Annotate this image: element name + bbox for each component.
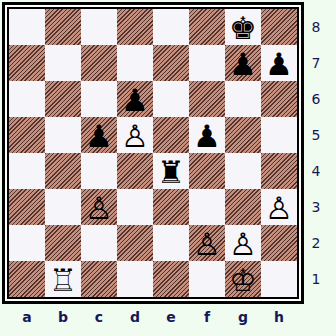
- square-d7[interactable]: [117, 45, 153, 81]
- square-c7[interactable]: [81, 45, 117, 81]
- rank-label-5: 5: [303, 117, 329, 153]
- rank-label-4: 4: [303, 153, 329, 189]
- square-g6[interactable]: [225, 81, 261, 117]
- square-h2[interactable]: [261, 225, 297, 261]
- file-label-g: g: [225, 306, 261, 328]
- square-d8[interactable]: [117, 9, 153, 45]
- square-h6[interactable]: [261, 81, 297, 117]
- file-label-c: c: [81, 306, 117, 328]
- white-pawn-f2: ♙: [193, 226, 221, 261]
- black-pawn-f5: ♟: [193, 118, 221, 153]
- square-a5[interactable]: [9, 117, 45, 153]
- square-f1[interactable]: [189, 261, 225, 297]
- white-pawn-d5: ♙: [121, 118, 149, 153]
- square-a1[interactable]: [9, 261, 45, 297]
- square-d3[interactable]: [117, 189, 153, 225]
- white-pawn-h3: ♙: [265, 190, 293, 225]
- square-b7[interactable]: [45, 45, 81, 81]
- square-g3[interactable]: [225, 189, 261, 225]
- square-c1[interactable]: [81, 261, 117, 297]
- square-f2[interactable]: ♙: [189, 225, 225, 261]
- rank-labels: 87654321: [303, 9, 329, 297]
- square-b6[interactable]: [45, 81, 81, 117]
- square-h3[interactable]: ♙: [261, 189, 297, 225]
- square-b2[interactable]: [45, 225, 81, 261]
- square-h5[interactable]: [261, 117, 297, 153]
- square-g4[interactable]: [225, 153, 261, 189]
- square-b5[interactable]: [45, 117, 81, 153]
- board-frame: ♚♟♟♟♟♙♟♜♙♙♙♙♖♔: [2, 2, 304, 304]
- square-g1[interactable]: ♔: [225, 261, 261, 297]
- square-f5[interactable]: ♟: [189, 117, 225, 153]
- square-h1[interactable]: [261, 261, 297, 297]
- square-f3[interactable]: [189, 189, 225, 225]
- white-king-g1: ♔: [229, 262, 257, 297]
- square-d5[interactable]: ♙: [117, 117, 153, 153]
- file-label-d: d: [117, 306, 153, 328]
- square-b8[interactable]: [45, 9, 81, 45]
- file-label-f: f: [189, 306, 225, 328]
- square-h7[interactable]: ♟: [261, 45, 297, 81]
- square-e4[interactable]: ♜: [153, 153, 189, 189]
- rank-label-1: 1: [303, 261, 329, 297]
- white-pawn-c3: ♙: [85, 190, 113, 225]
- square-g8[interactable]: ♚: [225, 9, 261, 45]
- square-c2[interactable]: [81, 225, 117, 261]
- square-f4[interactable]: [189, 153, 225, 189]
- square-e7[interactable]: [153, 45, 189, 81]
- square-f7[interactable]: [189, 45, 225, 81]
- square-c5[interactable]: ♟: [81, 117, 117, 153]
- chess-board[interactable]: ♚♟♟♟♟♙♟♜♙♙♙♙♖♔: [9, 9, 297, 297]
- square-e8[interactable]: [153, 9, 189, 45]
- square-a3[interactable]: [9, 189, 45, 225]
- square-c6[interactable]: [81, 81, 117, 117]
- square-b1[interactable]: ♖: [45, 261, 81, 297]
- square-h8[interactable]: [261, 9, 297, 45]
- square-a6[interactable]: [9, 81, 45, 117]
- black-pawn-h7: ♟: [265, 46, 293, 81]
- rank-label-2: 2: [303, 225, 329, 261]
- file-label-e: e: [153, 306, 189, 328]
- square-d4[interactable]: [117, 153, 153, 189]
- rank-label-3: 3: [303, 189, 329, 225]
- rank-label-7: 7: [303, 45, 329, 81]
- square-c3[interactable]: ♙: [81, 189, 117, 225]
- square-e2[interactable]: [153, 225, 189, 261]
- square-a2[interactable]: [9, 225, 45, 261]
- square-c4[interactable]: [81, 153, 117, 189]
- black-pawn-g7: ♟: [229, 46, 257, 81]
- file-label-a: a: [9, 306, 45, 328]
- chess-diagram: ♚♟♟♟♟♙♟♜♙♙♙♙♖♔ 87654321 abcdefgh: [0, 0, 336, 336]
- square-e3[interactable]: [153, 189, 189, 225]
- square-e1[interactable]: [153, 261, 189, 297]
- square-f8[interactable]: [189, 9, 225, 45]
- square-a4[interactable]: [9, 153, 45, 189]
- square-a8[interactable]: [9, 9, 45, 45]
- square-d1[interactable]: [117, 261, 153, 297]
- square-b3[interactable]: [45, 189, 81, 225]
- board-frame-inner: ♚♟♟♟♟♙♟♜♙♙♙♙♖♔: [7, 7, 299, 299]
- black-king-g8: ♚: [229, 10, 257, 45]
- file-label-h: h: [261, 306, 297, 328]
- square-d2[interactable]: [117, 225, 153, 261]
- file-label-b: b: [45, 306, 81, 328]
- black-pawn-c5: ♟: [85, 118, 113, 153]
- black-rook-e4: ♜: [157, 154, 185, 189]
- square-a7[interactable]: [9, 45, 45, 81]
- square-g5[interactable]: [225, 117, 261, 153]
- white-rook-b1: ♖: [49, 262, 77, 297]
- file-labels: abcdefgh: [9, 306, 297, 328]
- square-d6[interactable]: ♟: [117, 81, 153, 117]
- square-h4[interactable]: [261, 153, 297, 189]
- square-c8[interactable]: [81, 9, 117, 45]
- rank-label-6: 6: [303, 81, 329, 117]
- square-g7[interactable]: ♟: [225, 45, 261, 81]
- square-b4[interactable]: [45, 153, 81, 189]
- white-pawn-g2: ♙: [229, 226, 257, 261]
- square-e6[interactable]: [153, 81, 189, 117]
- square-g2[interactable]: ♙: [225, 225, 261, 261]
- square-f6[interactable]: [189, 81, 225, 117]
- black-pawn-d6: ♟: [121, 82, 149, 117]
- square-e5[interactable]: [153, 117, 189, 153]
- rank-label-8: 8: [303, 9, 329, 45]
